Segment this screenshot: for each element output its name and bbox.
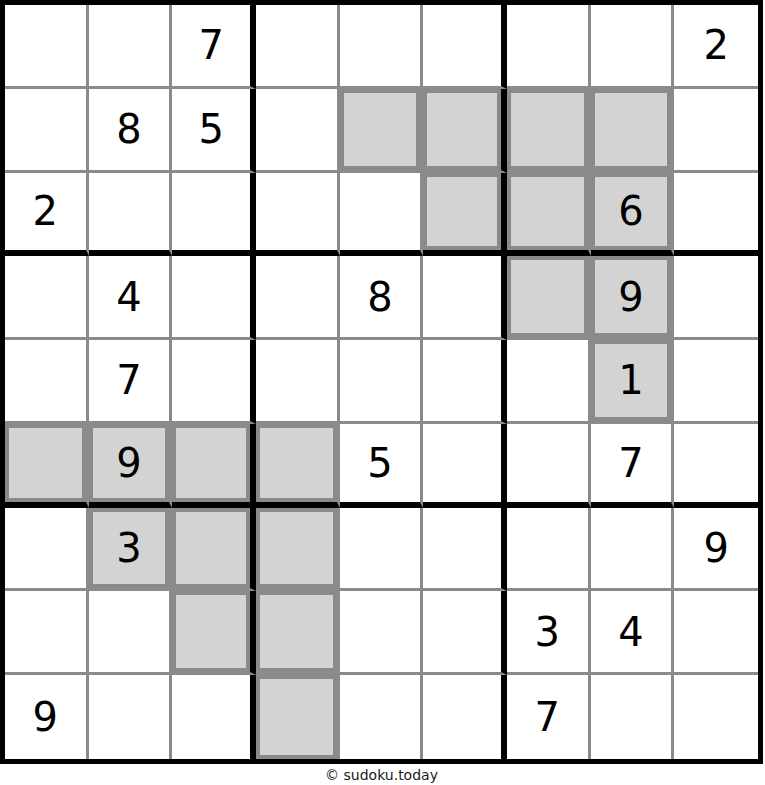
cell-r7c2[interactable]: 3 [89, 508, 173, 592]
cell-r8c8[interactable]: 4 [591, 591, 675, 675]
cell-r3c4[interactable] [256, 173, 340, 257]
cell-r4c9[interactable] [674, 256, 758, 340]
cell-r6c1[interactable] [5, 424, 89, 508]
cell-r5c1[interactable] [5, 340, 89, 424]
cell-r2c2[interactable]: 8 [89, 89, 173, 173]
cell-r6c2[interactable]: 9 [89, 424, 173, 508]
cell-r2c4[interactable] [256, 89, 340, 173]
footer: © sudoku.today [0, 764, 763, 785]
cell-r3c9[interactable] [674, 173, 758, 257]
cell-r8c7[interactable]: 3 [507, 591, 591, 675]
cell-r1c3[interactable]: 7 [172, 5, 256, 89]
cell-r9c6[interactable] [423, 675, 507, 759]
cell-r5c5[interactable] [340, 340, 424, 424]
cell-r3c2[interactable] [89, 173, 173, 257]
cell-r4c7[interactable] [507, 256, 591, 340]
cell-r9c4[interactable] [256, 675, 340, 759]
credit-text: © sudoku.today [325, 767, 438, 783]
cell-r7c8[interactable] [591, 508, 675, 592]
cell-r9c3[interactable] [172, 675, 256, 759]
cell-r5c3[interactable] [172, 340, 256, 424]
cell-r2c1[interactable] [5, 89, 89, 173]
cell-r4c4[interactable] [256, 256, 340, 340]
cell-r8c6[interactable] [423, 591, 507, 675]
cell-r9c5[interactable] [340, 675, 424, 759]
cell-r4c8[interactable]: 9 [591, 256, 675, 340]
cell-r6c5[interactable]: 5 [340, 424, 424, 508]
cell-r3c6[interactable] [423, 173, 507, 257]
cell-r3c7[interactable] [507, 173, 591, 257]
cell-r9c1[interactable]: 9 [5, 675, 89, 759]
cell-r2c6[interactable] [423, 89, 507, 173]
cell-r2c7[interactable] [507, 89, 591, 173]
cell-r1c8[interactable] [591, 5, 675, 89]
cell-r6c7[interactable] [507, 424, 591, 508]
sudoku-board: 72852648971957393497 [0, 0, 763, 764]
cell-r1c5[interactable] [340, 5, 424, 89]
cell-r2c8[interactable] [591, 89, 675, 173]
cell-r6c9[interactable] [674, 424, 758, 508]
cell-r7c9[interactable]: 9 [674, 508, 758, 592]
cell-r6c6[interactable] [423, 424, 507, 508]
cell-r8c1[interactable] [5, 591, 89, 675]
cell-r5c6[interactable] [423, 340, 507, 424]
cell-r7c4[interactable] [256, 508, 340, 592]
cell-r3c5[interactable] [340, 173, 424, 257]
cell-r9c7[interactable]: 7 [507, 675, 591, 759]
cell-r4c5[interactable]: 8 [340, 256, 424, 340]
cell-r7c3[interactable] [172, 508, 256, 592]
cell-r1c1[interactable] [5, 5, 89, 89]
cell-r1c6[interactable] [423, 5, 507, 89]
cell-r2c9[interactable] [674, 89, 758, 173]
cell-r9c8[interactable] [591, 675, 675, 759]
cell-r1c9[interactable]: 2 [674, 5, 758, 89]
cell-r8c9[interactable] [674, 591, 758, 675]
cell-r5c9[interactable] [674, 340, 758, 424]
cell-r5c8[interactable]: 1 [591, 340, 675, 424]
cell-r9c2[interactable] [89, 675, 173, 759]
cell-r6c4[interactable] [256, 424, 340, 508]
cell-r3c8[interactable]: 6 [591, 173, 675, 257]
cell-r4c6[interactable] [423, 256, 507, 340]
cell-r7c6[interactable] [423, 508, 507, 592]
cell-r7c1[interactable] [5, 508, 89, 592]
cell-r4c3[interactable] [172, 256, 256, 340]
cell-r1c4[interactable] [256, 5, 340, 89]
cell-r6c8[interactable]: 7 [591, 424, 675, 508]
cell-r5c4[interactable] [256, 340, 340, 424]
cell-r7c5[interactable] [340, 508, 424, 592]
cell-r7c7[interactable] [507, 508, 591, 592]
cell-r5c7[interactable] [507, 340, 591, 424]
cell-r6c3[interactable] [172, 424, 256, 508]
cell-r8c5[interactable] [340, 591, 424, 675]
cell-r8c3[interactable] [172, 591, 256, 675]
cell-r1c2[interactable] [89, 5, 173, 89]
cell-r2c3[interactable]: 5 [172, 89, 256, 173]
cell-r1c7[interactable] [507, 5, 591, 89]
sudoku-page: 72852648971957393497 © sudoku.today [0, 0, 765, 785]
cell-r5c2[interactable]: 7 [89, 340, 173, 424]
cell-r4c2[interactable]: 4 [89, 256, 173, 340]
cell-r2c5[interactable] [340, 89, 424, 173]
cell-r4c1[interactable] [5, 256, 89, 340]
cell-r9c9[interactable] [674, 675, 758, 759]
cell-r8c2[interactable] [89, 591, 173, 675]
cell-r3c1[interactable]: 2 [5, 173, 89, 257]
cell-r8c4[interactable] [256, 591, 340, 675]
cell-r3c3[interactable] [172, 173, 256, 257]
